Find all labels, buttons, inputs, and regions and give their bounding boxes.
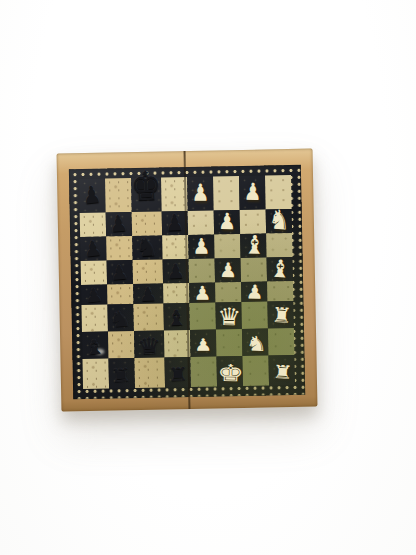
black-pawn: ♟ — [166, 261, 185, 282]
black-pawn: ♟ — [138, 284, 157, 304]
square-b2 — [108, 331, 134, 358]
square-b1: ♜ — [108, 358, 134, 388]
square-a5 — [81, 261, 107, 285]
square-h7: ♞ — [266, 209, 292, 233]
black-rook: ♜ — [110, 365, 132, 385]
square-e5 — [188, 258, 214, 282]
square-h1: ♜ — [269, 355, 295, 385]
black-pawn: ♟ — [108, 211, 128, 235]
black-pawn: ♟ — [109, 261, 128, 283]
square-f7: ♟ — [213, 210, 240, 235]
square-b8 — [105, 178, 131, 212]
white-pawn: ♟ — [219, 260, 237, 280]
square-c2: ♛ — [134, 330, 165, 358]
black-king: ♚ — [129, 165, 162, 207]
white-bishop: ♝ — [243, 232, 265, 258]
black-queen: ♛ — [136, 334, 161, 358]
white-pawn: ♟ — [192, 235, 210, 257]
square-e4: ♟ — [189, 282, 215, 302]
white-rook: ♜ — [270, 305, 292, 327]
square-c4: ♟ — [133, 283, 164, 304]
black-pawn: ♟ — [165, 211, 184, 234]
square-e1 — [190, 356, 216, 386]
photo-backdrop: ♟♚♟♟♟♟♟♞♟♞♟♝♟♟♟♝♟♟♟♟♞♝♛♜♝♛♟♞♜♜♚♜ — [0, 0, 416, 555]
square-c8: ♚ — [131, 177, 162, 212]
black-pawn: ♟ — [84, 285, 104, 306]
square-b6 — [106, 236, 132, 260]
black-bishop: ♝ — [165, 306, 187, 328]
white-pawn: ♟ — [244, 179, 263, 203]
square-g8: ♟ — [239, 175, 265, 209]
black-bishop: ♝ — [83, 335, 106, 357]
square-g2: ♞ — [242, 328, 268, 355]
square-g5 — [241, 257, 267, 281]
square-a1 — [82, 359, 108, 389]
square-b7: ♟ — [105, 212, 131, 236]
square-g6: ♝ — [241, 233, 267, 257]
square-f8 — [213, 176, 241, 211]
white-pawn: ♟ — [193, 283, 211, 302]
square-h2 — [268, 328, 294, 355]
square-h4 — [267, 281, 293, 301]
square-h8 — [265, 175, 291, 209]
white-bishop: ♝ — [269, 256, 292, 281]
square-f2 — [216, 329, 243, 357]
black-knight: ♞ — [108, 307, 131, 330]
square-c7 — [131, 211, 162, 236]
square-g4: ♟ — [242, 281, 268, 301]
square-a4: ♟ — [81, 285, 107, 305]
white-pawn: ♟ — [246, 282, 265, 302]
white-knight: ♞ — [268, 206, 291, 234]
board-frame: ♟♚♟♟♟♟♟♞♟♞♟♝♟♟♟♝♟♟♟♟♞♝♛♜♝♛♟♞♜♜♚♜ — [57, 149, 318, 412]
black-pawn: ♟ — [81, 182, 101, 207]
square-f6 — [214, 234, 241, 259]
square-a6: ♟ — [80, 237, 106, 261]
square-e7 — [187, 210, 213, 234]
white-king: ♚ — [216, 361, 243, 385]
square-e2: ♟ — [190, 329, 216, 356]
black-knight: ♞ — [135, 234, 158, 261]
black-pawn: ♟ — [83, 237, 103, 260]
square-c6: ♞ — [132, 235, 163, 260]
black-rook: ♜ — [167, 364, 188, 383]
square-c5 — [132, 259, 163, 284]
square-g3 — [242, 301, 268, 328]
square-a3 — [81, 305, 107, 332]
square-a2: ♝ — [82, 332, 108, 359]
square-f3: ♛ — [215, 302, 242, 330]
square-b5: ♟ — [106, 260, 132, 284]
square-g7 — [240, 209, 266, 233]
white-queen: ♛ — [217, 304, 242, 329]
square-h3: ♜ — [268, 301, 294, 328]
square-e6: ♟ — [188, 234, 214, 258]
white-pawn: ♟ — [194, 336, 212, 353]
square-c3 — [133, 303, 164, 331]
square-h5: ♝ — [267, 257, 293, 281]
white-knight: ♞ — [245, 333, 267, 354]
square-e8: ♟ — [187, 176, 213, 210]
square-a7 — [80, 213, 106, 237]
square-g1 — [243, 355, 269, 385]
square-c1 — [134, 357, 165, 388]
square-b4 — [107, 284, 133, 304]
square-b3: ♞ — [107, 304, 133, 331]
square-a8: ♟ — [79, 179, 105, 213]
square-f4 — [215, 282, 242, 303]
white-pawn: ♟ — [191, 181, 209, 205]
white-rook: ♜ — [272, 362, 294, 381]
square-f1: ♚ — [216, 356, 243, 387]
white-pawn: ♟ — [218, 210, 236, 233]
square-h6 — [266, 233, 292, 257]
square-e3 — [189, 302, 215, 329]
square-f5: ♟ — [214, 258, 241, 283]
chess-board: ♟♚♟♟♟♟♟♞♟♞♟♝♟♟♟♝♟♟♟♟♞♝♛♜♝♛♟♞♜♜♚♜ — [57, 149, 318, 412]
